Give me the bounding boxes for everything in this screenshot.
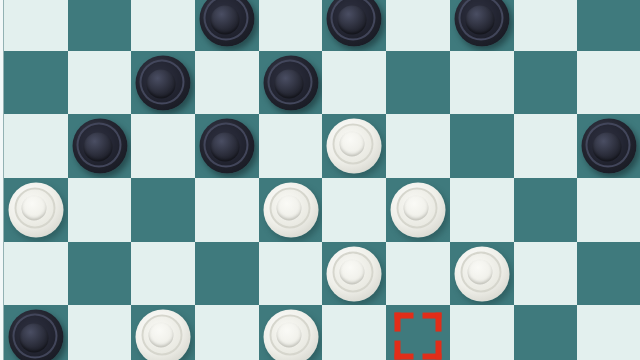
piece-dome — [340, 259, 365, 284]
board-square-r5c8[interactable] — [514, 305, 578, 360]
white-man-piece[interactable] — [327, 246, 382, 301]
board-square-r2c8 — [514, 114, 578, 178]
board-square-r1c3 — [195, 51, 259, 115]
board-square-r3c3 — [195, 178, 259, 242]
checkers-board — [3, 0, 640, 360]
board-square-r1c0[interactable] — [4, 51, 68, 115]
white-man-piece[interactable] — [454, 246, 509, 301]
board-square-r2c2 — [131, 114, 195, 178]
board-square-r3c6[interactable] — [386, 178, 450, 242]
board-square-r3c9 — [577, 178, 640, 242]
board-square-r1c5 — [322, 51, 386, 115]
piece-dome — [467, 259, 492, 284]
board-square-r0c4 — [259, 0, 323, 51]
board-square-r0c7[interactable] — [450, 0, 514, 51]
piece-dome — [403, 195, 428, 220]
board-square-r4c4 — [259, 242, 323, 306]
piece-dome — [276, 195, 301, 220]
white-man-piece[interactable] — [263, 310, 318, 360]
white-man-piece[interactable] — [390, 182, 445, 237]
black-man-piece[interactable] — [199, 0, 254, 46]
board-square-r1c8[interactable] — [514, 51, 578, 115]
piece-dome — [210, 133, 239, 162]
black-man-piece[interactable] — [8, 310, 63, 360]
black-man-piece[interactable] — [199, 119, 254, 174]
board-square-r5c1 — [68, 305, 132, 360]
board-square-r2c9[interactable] — [577, 114, 640, 178]
board-square-r2c1[interactable] — [68, 114, 132, 178]
selection-corner-bl — [394, 341, 413, 360]
piece-dome — [593, 133, 622, 162]
board-square-r5c5 — [322, 305, 386, 360]
board-square-r3c1 — [68, 178, 132, 242]
board-square-r2c0 — [4, 114, 68, 178]
board-square-r4c9[interactable] — [577, 242, 640, 306]
black-man-piece[interactable] — [72, 119, 127, 174]
board-square-r2c3[interactable] — [195, 114, 259, 178]
board-square-r4c1[interactable] — [68, 242, 132, 306]
board-square-r1c2[interactable] — [131, 51, 195, 115]
board-square-r0c5[interactable] — [322, 0, 386, 51]
board-square-r3c7 — [450, 178, 514, 242]
checkers-game-screen — [0, 0, 640, 360]
board-square-r0c2 — [131, 0, 195, 51]
board-square-r5c6[interactable] — [386, 305, 450, 360]
piece-dome — [21, 195, 46, 220]
board-square-r3c8[interactable] — [514, 178, 578, 242]
board-square-r4c5[interactable] — [322, 242, 386, 306]
piece-dome — [19, 324, 48, 353]
black-man-piece[interactable] — [454, 0, 509, 46]
board-square-r1c9 — [577, 51, 640, 115]
board-square-r0c0 — [4, 0, 68, 51]
white-man-piece[interactable] — [263, 182, 318, 237]
selection-corner-br — [422, 341, 441, 360]
board-square-r3c2[interactable] — [131, 178, 195, 242]
piece-dome — [147, 69, 176, 98]
piece-dome — [210, 5, 239, 34]
board-square-r0c9[interactable] — [577, 0, 640, 51]
black-man-piece[interactable] — [263, 55, 318, 110]
board-square-r4c3[interactable] — [195, 242, 259, 306]
board-square-r5c0[interactable] — [4, 305, 68, 360]
board-square-r2c5[interactable] — [322, 114, 386, 178]
piece-dome — [274, 69, 303, 98]
selection-corner-tr — [422, 313, 441, 332]
board-square-r1c6[interactable] — [386, 51, 450, 115]
board-square-r4c6 — [386, 242, 450, 306]
black-man-piece[interactable] — [327, 0, 382, 46]
piece-dome — [83, 133, 112, 162]
board-square-r5c9 — [577, 305, 640, 360]
black-man-piece[interactable] — [136, 55, 191, 110]
board-square-r0c6 — [386, 0, 450, 51]
selection-corner-tl — [394, 313, 413, 332]
board-square-r5c2[interactable] — [131, 305, 195, 360]
piece-dome — [149, 323, 174, 348]
white-man-piece[interactable] — [8, 182, 63, 237]
board-square-r3c0[interactable] — [4, 178, 68, 242]
board-square-r3c5 — [322, 178, 386, 242]
selection-bracket-icon — [394, 313, 441, 360]
board-square-r3c4[interactable] — [259, 178, 323, 242]
white-man-piece[interactable] — [136, 310, 191, 360]
board-square-r2c6 — [386, 114, 450, 178]
board-square-r5c3 — [195, 305, 259, 360]
piece-dome — [276, 323, 301, 348]
board-square-r4c0 — [4, 242, 68, 306]
white-man-piece[interactable] — [327, 119, 382, 174]
black-man-piece[interactable] — [582, 119, 637, 174]
board-square-r0c8 — [514, 0, 578, 51]
board-square-r4c2 — [131, 242, 195, 306]
board-square-r4c7[interactable] — [450, 242, 514, 306]
piece-dome — [340, 132, 365, 157]
board-square-r5c7 — [450, 305, 514, 360]
board-square-r1c4[interactable] — [259, 51, 323, 115]
board-square-r1c7 — [450, 51, 514, 115]
board-square-r2c4 — [259, 114, 323, 178]
piece-dome — [338, 5, 367, 34]
piece-dome — [465, 5, 494, 34]
board-square-r4c8 — [514, 242, 578, 306]
board-square-r1c1 — [68, 51, 132, 115]
board-square-r0c3[interactable] — [195, 0, 259, 51]
board-square-r0c1[interactable] — [68, 0, 132, 51]
board-square-r5c4[interactable] — [259, 305, 323, 360]
board-square-r2c7[interactable] — [450, 114, 514, 178]
